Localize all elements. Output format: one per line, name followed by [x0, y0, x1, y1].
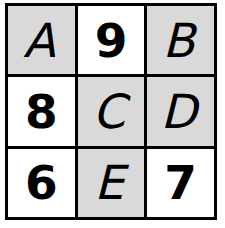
cell-r2c1: 8	[8, 77, 75, 145]
cell-r3c1: 6	[8, 149, 75, 217]
cell-r1c3: B	[147, 6, 214, 74]
cell-r3c2: E	[78, 149, 145, 217]
cell-r2c3: D	[147, 77, 214, 145]
puzzle-grid: A9B8CD6E7	[5, 3, 217, 220]
cell-r1c2: 9	[78, 6, 145, 74]
cell-r1c1: A	[8, 6, 75, 74]
cell-r2c2: C	[78, 77, 145, 145]
cell-r3c3: 7	[147, 149, 214, 217]
